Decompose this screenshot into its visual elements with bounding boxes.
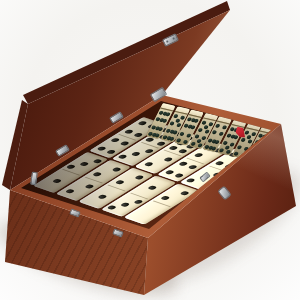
- pip: [172, 130, 178, 135]
- pip: [137, 120, 148, 125]
- pip: [114, 180, 125, 185]
- pip: [52, 178, 63, 183]
- pip: [215, 140, 221, 145]
- pip: [164, 170, 175, 175]
- pip: [64, 189, 75, 194]
- pip: [180, 191, 191, 196]
- pip: [222, 125, 228, 130]
- pip: [180, 131, 186, 136]
- pip: [159, 195, 170, 200]
- pip: [110, 137, 121, 142]
- pip: [174, 173, 185, 178]
- pip: [233, 135, 239, 140]
- pip: [185, 178, 196, 183]
- pip: [133, 199, 144, 204]
- pip: [229, 143, 235, 148]
- pip: [190, 126, 196, 131]
- pip: [112, 167, 123, 172]
- pip: [176, 123, 182, 128]
- pip: [79, 161, 90, 166]
- pip: [123, 129, 134, 134]
- pip: [233, 151, 239, 156]
- pip: [176, 138, 182, 143]
- pip: [164, 157, 175, 162]
- pip: [251, 132, 257, 137]
- pip: [165, 112, 171, 117]
- pip: [211, 146, 217, 151]
- pip: [212, 131, 218, 136]
- pip: [97, 194, 108, 199]
- pip: [91, 172, 102, 177]
- pip: [85, 184, 96, 189]
- pip: [92, 159, 103, 164]
- pip: [147, 185, 158, 190]
- pip: [107, 205, 118, 210]
- pip: [143, 148, 154, 153]
- pip: [106, 149, 117, 154]
- pip: [120, 202, 131, 207]
- domino-box-photo: [0, 0, 300, 300]
- pip: [186, 133, 192, 138]
- pip: [194, 119, 200, 124]
- pip: [201, 136, 207, 141]
- pip: [214, 161, 225, 166]
- pip: [120, 141, 131, 146]
- pip: [162, 119, 168, 124]
- pip: [66, 164, 77, 169]
- pip: [215, 124, 221, 129]
- pip: [240, 137, 246, 142]
- pip: [158, 126, 164, 131]
- pip: [183, 140, 189, 145]
- pip: [237, 145, 243, 150]
- pip: [218, 132, 224, 137]
- pip: [154, 133, 160, 138]
- pip: [218, 148, 224, 153]
- pip: [130, 151, 141, 156]
- pip: [96, 146, 107, 151]
- pip: [188, 165, 199, 170]
- pip: [178, 161, 189, 166]
- pip: [225, 150, 231, 155]
- pip: [180, 115, 186, 120]
- pip: [117, 154, 128, 159]
- pip: [197, 127, 203, 132]
- pip: [169, 137, 175, 142]
- pip: [197, 143, 203, 148]
- pip: [247, 139, 253, 144]
- pip: [190, 142, 196, 147]
- pip: [208, 122, 214, 127]
- pip: [143, 162, 154, 167]
- pip: [204, 129, 210, 134]
- pip: [135, 175, 146, 180]
- pip: [133, 132, 144, 137]
- pip: [169, 121, 175, 126]
